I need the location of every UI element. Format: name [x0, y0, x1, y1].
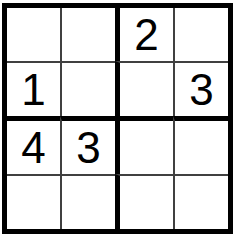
- cell-r3c3-empty[interactable]: [115, 116, 173, 174]
- cell-r4c2-empty[interactable]: [60, 174, 115, 229]
- cell-r2c3-empty[interactable]: [115, 61, 173, 116]
- cell-r1c1-empty[interactable]: [7, 8, 60, 61]
- cell-r4c4-empty[interactable]: [173, 174, 228, 229]
- cell-r1c4-empty[interactable]: [173, 8, 228, 61]
- cell-r3c4-empty[interactable]: [173, 116, 228, 174]
- cell-r1c2-empty[interactable]: [60, 8, 115, 61]
- cell-r4c1-empty[interactable]: [7, 174, 60, 229]
- cell-r2c1-given[interactable]: 1: [7, 61, 60, 116]
- sudoku-board: 21343: [2, 3, 233, 234]
- cell-r2c4-given[interactable]: 3: [173, 61, 228, 116]
- cell-r2c2-empty[interactable]: [60, 61, 115, 116]
- cell-r1c3-given[interactable]: 2: [115, 8, 173, 61]
- cell-r4c3-empty[interactable]: [115, 174, 173, 229]
- cell-r3c1-given[interactable]: 4: [7, 116, 60, 174]
- cell-r3c2-given[interactable]: 3: [60, 116, 115, 174]
- sudoku-page: 21343: [0, 0, 233, 234]
